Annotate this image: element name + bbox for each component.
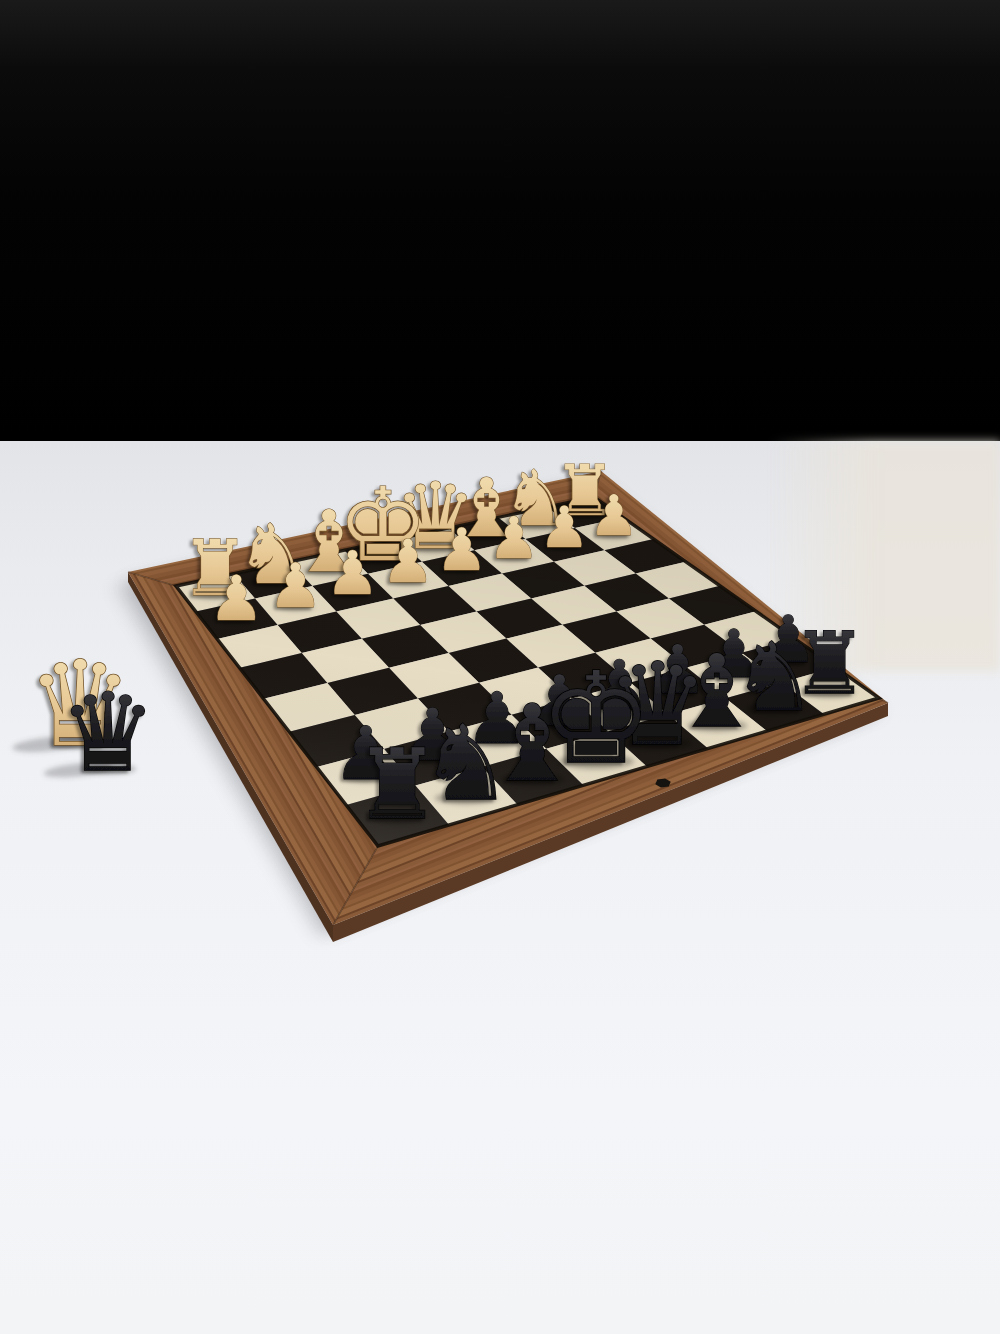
piece-white-pawn-h2: ♟ bbox=[209, 562, 265, 635]
piece-black-rook-h8: ♜ bbox=[354, 728, 441, 841]
svg-text:♛: ♛ bbox=[60, 670, 157, 795]
piece-white-pawn-g2: ♟ bbox=[268, 550, 323, 621]
svg-text:♟: ♟ bbox=[209, 562, 265, 635]
svg-text:♟: ♟ bbox=[539, 494, 590, 560]
svg-text:♟: ♟ bbox=[488, 504, 540, 572]
svg-text:♟: ♟ bbox=[589, 483, 639, 548]
svg-text:♟: ♟ bbox=[268, 550, 323, 621]
svg-text:♜: ♜ bbox=[354, 728, 441, 841]
piece-white-pawn-a2: ♟ bbox=[589, 483, 639, 548]
chessboard: ♜♞♟♝♟♛♟♚♟♝♟♞♟♜♟♟♟♟♜♟♞♟♝♟♛♟♚♟♝♟♞♜♛♛ bbox=[0, 0, 1000, 1334]
piece-white-pawn-d2: ♟ bbox=[435, 516, 488, 584]
piece-white-pawn-e2: ♟ bbox=[381, 527, 434, 596]
piece-white-pawn-b2: ♟ bbox=[539, 494, 590, 560]
svg-text:♟: ♟ bbox=[381, 527, 434, 596]
piece-white-pawn-f2: ♟ bbox=[325, 538, 379, 608]
scene-chess-photo: ♜♞♟♝♟♛♟♚♟♝♟♞♟♜♟♟♟♟♜♟♞♟♝♟♛♟♚♟♝♟♞♜♛♛ bbox=[0, 0, 1000, 1334]
piece-white-pawn-c2: ♟ bbox=[488, 504, 540, 572]
svg-text:♟: ♟ bbox=[325, 538, 379, 608]
svg-text:♟: ♟ bbox=[435, 516, 488, 584]
spare-black-queen: ♛ bbox=[43, 670, 156, 795]
